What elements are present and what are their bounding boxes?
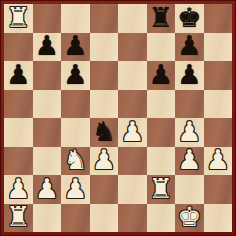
square-g5[interactable] — [175, 90, 204, 119]
black-knight-d4[interactable]: ♞ — [92, 118, 116, 145]
square-d6[interactable] — [90, 61, 119, 90]
white-pawn-c2[interactable]: ♟ — [63, 175, 87, 202]
square-f5[interactable] — [147, 90, 176, 119]
board-frame: ♜♜♚♟♟♟♟♟♟♟♞♟♟♞♟♟♟♟♟♟♜♜♚ — [0, 0, 236, 236]
black-pawn-a6[interactable]: ♟ — [6, 61, 30, 88]
square-h3[interactable]: ♟ — [204, 147, 233, 176]
square-e1[interactable] — [118, 204, 147, 233]
black-king-g8[interactable]: ♚ — [177, 4, 201, 31]
square-c6[interactable]: ♟ — [61, 61, 90, 90]
white-pawn-g3[interactable]: ♟ — [177, 147, 201, 174]
white-pawn-a2[interactable]: ♟ — [6, 175, 30, 202]
square-a8[interactable]: ♜ — [4, 4, 33, 33]
square-a7[interactable] — [4, 33, 33, 62]
square-h1[interactable] — [204, 204, 233, 233]
square-g1[interactable]: ♚ — [175, 204, 204, 233]
white-knight-c3[interactable]: ♞ — [63, 147, 87, 174]
square-f6[interactable]: ♟ — [147, 61, 176, 90]
square-f1[interactable] — [147, 204, 176, 233]
white-pawn-h3[interactable]: ♟ — [206, 147, 230, 174]
square-b4[interactable] — [33, 118, 62, 147]
black-pawn-c7[interactable]: ♟ — [63, 33, 87, 60]
square-a6[interactable]: ♟ — [4, 61, 33, 90]
square-b5[interactable] — [33, 90, 62, 119]
square-d1[interactable] — [90, 204, 119, 233]
square-b3[interactable] — [33, 147, 62, 176]
square-h8[interactable] — [204, 4, 233, 33]
square-b1[interactable] — [33, 204, 62, 233]
square-d2[interactable] — [90, 175, 119, 204]
white-rook-a1[interactable]: ♜ — [6, 204, 30, 231]
square-e4[interactable]: ♟ — [118, 118, 147, 147]
square-b8[interactable] — [33, 4, 62, 33]
square-f7[interactable] — [147, 33, 176, 62]
square-a5[interactable] — [4, 90, 33, 119]
square-f2[interactable]: ♜ — [147, 175, 176, 204]
square-c4[interactable] — [61, 118, 90, 147]
square-e6[interactable] — [118, 61, 147, 90]
square-b7[interactable]: ♟ — [33, 33, 62, 62]
square-d5[interactable] — [90, 90, 119, 119]
square-d3[interactable]: ♟ — [90, 147, 119, 176]
square-b6[interactable] — [33, 61, 62, 90]
black-pawn-b7[interactable]: ♟ — [35, 33, 59, 60]
black-rook-f8[interactable]: ♜ — [149, 4, 173, 31]
square-g8[interactable]: ♚ — [175, 4, 204, 33]
black-pawn-f6[interactable]: ♟ — [149, 61, 173, 88]
square-d7[interactable] — [90, 33, 119, 62]
square-g3[interactable]: ♟ — [175, 147, 204, 176]
square-h7[interactable] — [204, 33, 233, 62]
square-g4[interactable]: ♟ — [175, 118, 204, 147]
white-king-g1[interactable]: ♚ — [177, 204, 201, 231]
square-a2[interactable]: ♟ — [4, 175, 33, 204]
black-pawn-g7[interactable]: ♟ — [177, 33, 201, 60]
square-c5[interactable] — [61, 90, 90, 119]
square-a3[interactable] — [4, 147, 33, 176]
square-c2[interactable]: ♟ — [61, 175, 90, 204]
square-a1[interactable]: ♜ — [4, 204, 33, 233]
square-h5[interactable] — [204, 90, 233, 119]
square-h2[interactable] — [204, 175, 233, 204]
square-f3[interactable] — [147, 147, 176, 176]
square-g2[interactable] — [175, 175, 204, 204]
square-h4[interactable] — [204, 118, 233, 147]
white-pawn-e4[interactable]: ♟ — [120, 118, 144, 145]
square-e3[interactable] — [118, 147, 147, 176]
square-c8[interactable] — [61, 4, 90, 33]
square-c1[interactable] — [61, 204, 90, 233]
square-e7[interactable] — [118, 33, 147, 62]
white-pawn-g4[interactable]: ♟ — [177, 118, 201, 145]
square-h6[interactable] — [204, 61, 233, 90]
square-b2[interactable]: ♟ — [33, 175, 62, 204]
square-c3[interactable]: ♞ — [61, 147, 90, 176]
square-e5[interactable] — [118, 90, 147, 119]
square-d4[interactable]: ♞ — [90, 118, 119, 147]
white-rook-f2[interactable]: ♜ — [149, 175, 173, 202]
square-d8[interactable] — [90, 4, 119, 33]
square-e8[interactable] — [118, 4, 147, 33]
square-g7[interactable]: ♟ — [175, 33, 204, 62]
square-g6[interactable]: ♟ — [175, 61, 204, 90]
white-pawn-b2[interactable]: ♟ — [35, 175, 59, 202]
white-rook-a8[interactable]: ♜ — [6, 4, 30, 31]
black-pawn-c6[interactable]: ♟ — [63, 61, 87, 88]
square-f8[interactable]: ♜ — [147, 4, 176, 33]
chess-board: ♜♜♚♟♟♟♟♟♟♟♞♟♟♞♟♟♟♟♟♟♜♜♚ — [4, 4, 232, 232]
square-a4[interactable] — [4, 118, 33, 147]
square-c7[interactable]: ♟ — [61, 33, 90, 62]
square-e2[interactable] — [118, 175, 147, 204]
white-pawn-d3[interactable]: ♟ — [92, 147, 116, 174]
black-pawn-g6[interactable]: ♟ — [177, 61, 201, 88]
square-f4[interactable] — [147, 118, 176, 147]
